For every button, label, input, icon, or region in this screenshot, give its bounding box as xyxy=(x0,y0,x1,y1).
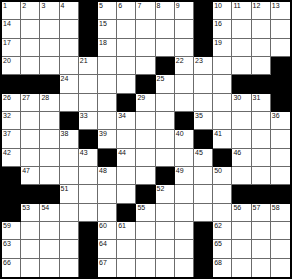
black-square-r5c15 xyxy=(271,75,290,93)
black-square-r3c11 xyxy=(194,39,213,57)
cell-r14c10[interactable] xyxy=(175,240,194,258)
cell-r7c13[interactable] xyxy=(232,112,251,130)
black-square-r3c5 xyxy=(79,39,98,57)
cell-r1c2[interactable]: 2 xyxy=(21,2,40,20)
cell-r14c8[interactable] xyxy=(136,240,155,258)
clue-number-56: 56 xyxy=(233,204,241,212)
cell-r11c4[interactable]: 51 xyxy=(60,185,79,203)
cell-r1c15[interactable]: 13 xyxy=(271,2,290,20)
clue-number-54: 54 xyxy=(41,204,49,212)
black-square-r8c11 xyxy=(194,130,213,148)
black-square-r11c8 xyxy=(136,185,155,203)
cell-r9c14[interactable] xyxy=(252,149,271,167)
cell-r13c9[interactable] xyxy=(156,222,175,240)
cell-r5c7[interactable] xyxy=(117,75,136,93)
clue-number-40: 40 xyxy=(176,130,184,138)
black-square-r5c3 xyxy=(40,75,59,93)
black-square-r7c10 xyxy=(175,112,194,130)
clue-number-57: 57 xyxy=(253,204,261,212)
clue-number-7: 7 xyxy=(137,2,141,10)
clue-number-52: 52 xyxy=(157,185,165,193)
clue-number-37: 37 xyxy=(3,130,11,138)
cell-r15c2[interactable] xyxy=(21,259,40,277)
cell-r12c9[interactable] xyxy=(156,204,175,222)
cell-r1c8[interactable]: 7 xyxy=(136,2,155,20)
clue-number-23: 23 xyxy=(195,57,203,65)
cell-r13c2[interactable] xyxy=(21,222,40,240)
cell-r10c12[interactable]: 50 xyxy=(213,167,232,185)
cell-r3c13[interactable] xyxy=(232,39,251,57)
black-square-r2c11 xyxy=(194,20,213,38)
black-square-r7c4 xyxy=(60,112,79,130)
clue-number-36: 36 xyxy=(272,112,280,120)
black-square-r14c11 xyxy=(194,240,213,258)
clue-number-35: 35 xyxy=(195,112,203,120)
black-square-r5c8 xyxy=(136,75,155,93)
cell-r7c11[interactable]: 35 xyxy=(194,112,213,130)
cell-r13c7[interactable]: 61 xyxy=(117,222,136,240)
cell-r11c11[interactable] xyxy=(194,185,213,203)
clue-number-16: 16 xyxy=(214,20,222,28)
cell-r15c3[interactable] xyxy=(40,259,59,277)
black-square-r4c9 xyxy=(156,57,175,75)
cell-r10c11[interactable] xyxy=(194,167,213,185)
black-square-r1c5 xyxy=(79,2,98,20)
cell-r2c14[interactable] xyxy=(252,20,271,38)
cell-r8c12[interactable]: 41 xyxy=(213,130,232,148)
clue-number-67: 67 xyxy=(99,259,107,267)
cell-r7c9[interactable] xyxy=(156,112,175,130)
cell-r3c9[interactable] xyxy=(156,39,175,57)
clue-number-60: 60 xyxy=(99,222,107,230)
cell-r1c10[interactable]: 9 xyxy=(175,2,194,20)
cell-r5c5[interactable] xyxy=(79,75,98,93)
cell-r9c10[interactable] xyxy=(175,149,194,167)
cell-r4c3[interactable] xyxy=(40,57,59,75)
black-square-r5c14 xyxy=(252,75,271,93)
cell-r2c3[interactable] xyxy=(40,20,59,38)
cell-r13c15[interactable] xyxy=(271,222,290,240)
cell-r6c13[interactable]: 30 xyxy=(232,94,251,112)
cell-r2c2[interactable] xyxy=(21,20,40,38)
cell-r9c1[interactable]: 42 xyxy=(2,149,21,167)
cell-r6c8[interactable]: 29 xyxy=(136,94,155,112)
cell-r3c4[interactable] xyxy=(60,39,79,57)
clue-number-26: 26 xyxy=(3,94,11,102)
cell-r2c1[interactable]: 14 xyxy=(2,20,21,38)
crossword-grid: 1234567891011121314151617181920212223242… xyxy=(0,0,292,279)
clue-number-6: 6 xyxy=(118,2,122,10)
cell-r8c14[interactable] xyxy=(252,130,271,148)
clue-number-64: 64 xyxy=(99,240,107,248)
cell-r2c4[interactable] xyxy=(60,20,79,38)
clue-number-5: 5 xyxy=(99,2,103,10)
cell-r4c1[interactable]: 20 xyxy=(2,57,21,75)
black-square-r13c5 xyxy=(79,222,98,240)
cell-r10c2[interactable]: 47 xyxy=(21,167,40,185)
cell-r1c9[interactable]: 8 xyxy=(156,2,175,20)
black-square-r14c5 xyxy=(79,240,98,258)
cell-r11c10[interactable] xyxy=(175,185,194,203)
cell-r6c9[interactable] xyxy=(156,94,175,112)
cell-r15c8[interactable] xyxy=(136,259,155,277)
cell-r3c7[interactable] xyxy=(117,39,136,57)
cell-r5c10[interactable] xyxy=(175,75,194,93)
cell-r5c12[interactable] xyxy=(213,75,232,93)
clue-number-65: 65 xyxy=(214,240,222,248)
clue-number-12: 12 xyxy=(253,2,261,10)
cell-r15c12[interactable]: 68 xyxy=(213,259,232,277)
cell-r6c1[interactable]: 26 xyxy=(2,94,21,112)
cell-r10c5[interactable] xyxy=(79,167,98,185)
cell-r2c15[interactable] xyxy=(271,20,290,38)
clue-number-2: 2 xyxy=(22,2,26,10)
clue-number-63: 63 xyxy=(3,240,11,248)
clue-number-19: 19 xyxy=(214,39,222,47)
cell-r4c6[interactable] xyxy=(98,57,117,75)
clue-number-31: 31 xyxy=(253,94,261,102)
cell-r1c13[interactable]: 11 xyxy=(232,2,251,20)
black-square-r5c13 xyxy=(232,75,251,93)
cell-r12c6[interactable] xyxy=(98,204,117,222)
black-square-r8c5 xyxy=(79,130,98,148)
cell-r4c10[interactable]: 22 xyxy=(175,57,194,75)
cell-r9c7[interactable]: 44 xyxy=(117,149,136,167)
cell-r8c2[interactable] xyxy=(21,130,40,148)
cell-r8c9[interactable] xyxy=(156,130,175,148)
cell-r10c6[interactable]: 48 xyxy=(98,167,117,185)
cell-r11c7[interactable] xyxy=(117,185,136,203)
black-square-r1c11 xyxy=(194,2,213,20)
cell-r15c14[interactable] xyxy=(252,259,271,277)
cell-r1c1[interactable]: 1 xyxy=(2,2,21,20)
cell-r3c3[interactable] xyxy=(40,39,59,57)
black-square-r13c11 xyxy=(194,222,213,240)
clue-number-42: 42 xyxy=(3,149,11,157)
clue-number-58: 58 xyxy=(272,204,280,212)
cell-r7c5[interactable]: 33 xyxy=(79,112,98,130)
cell-r7c2[interactable] xyxy=(21,112,40,130)
black-square-r10c1 xyxy=(2,167,21,185)
cell-r14c3[interactable] xyxy=(40,240,59,258)
cell-r8c13[interactable] xyxy=(232,130,251,148)
cell-r3c8[interactable] xyxy=(136,39,155,57)
clue-number-44: 44 xyxy=(118,149,126,157)
cell-r14c13[interactable] xyxy=(232,240,251,258)
black-square-r10c9 xyxy=(156,167,175,185)
clue-number-27: 27 xyxy=(22,94,30,102)
cell-r4c12[interactable] xyxy=(213,57,232,75)
cell-r5c9[interactable]: 25 xyxy=(156,75,175,93)
cell-r14c12[interactable]: 65 xyxy=(213,240,232,258)
clue-number-8: 8 xyxy=(157,2,161,10)
cell-r6c10[interactable] xyxy=(175,94,194,112)
cell-r8c6[interactable]: 39 xyxy=(98,130,117,148)
clue-number-9: 9 xyxy=(176,2,180,10)
cell-r14c14[interactable] xyxy=(252,240,271,258)
cell-r15c9[interactable] xyxy=(156,259,175,277)
clue-number-18: 18 xyxy=(99,39,107,47)
cell-r4c7[interactable] xyxy=(117,57,136,75)
cell-r15c1[interactable]: 66 xyxy=(2,259,21,277)
clue-number-3: 3 xyxy=(41,2,45,10)
black-square-r2c5 xyxy=(79,20,98,38)
cell-r10c4[interactable] xyxy=(60,167,79,185)
cell-r1c6[interactable]: 5 xyxy=(98,2,117,20)
cell-r9c2[interactable] xyxy=(21,149,40,167)
black-square-r15c11 xyxy=(194,259,213,277)
cell-r7c14[interactable] xyxy=(252,112,271,130)
black-square-r11c14 xyxy=(252,185,271,203)
clue-number-41: 41 xyxy=(214,130,222,138)
black-square-r11c13 xyxy=(232,185,251,203)
clue-number-22: 22 xyxy=(176,57,184,65)
cell-r6c3[interactable]: 28 xyxy=(40,94,59,112)
cell-r13c14[interactable] xyxy=(252,222,271,240)
black-square-r9c6 xyxy=(98,149,117,167)
clue-number-51: 51 xyxy=(61,185,69,193)
cell-r9c5[interactable]: 43 xyxy=(79,149,98,167)
black-square-r15c5 xyxy=(79,259,98,277)
cell-r12c8[interactable]: 55 xyxy=(136,204,155,222)
cell-r8c1[interactable]: 37 xyxy=(2,130,21,148)
cell-r2c7[interactable] xyxy=(117,20,136,38)
cell-r10c15[interactable] xyxy=(271,167,290,185)
black-square-r5c2 xyxy=(21,75,40,93)
cell-r11c6[interactable] xyxy=(98,185,117,203)
cell-r4c11[interactable]: 23 xyxy=(194,57,213,75)
cell-r3c10[interactable] xyxy=(175,39,194,57)
cell-r12c15[interactable]: 58 xyxy=(271,204,290,222)
black-square-r11c1 xyxy=(2,185,21,203)
cell-r12c11[interactable] xyxy=(194,204,213,222)
cell-r8c10[interactable]: 40 xyxy=(175,130,194,148)
cell-r13c1[interactable]: 59 xyxy=(2,222,21,240)
black-square-r6c15 xyxy=(271,94,290,112)
cell-r10c3[interactable] xyxy=(40,167,59,185)
cell-r15c6[interactable]: 67 xyxy=(98,259,117,277)
cell-r7c8[interactable] xyxy=(136,112,155,130)
cell-r9c11[interactable]: 45 xyxy=(194,149,213,167)
cell-r11c9[interactable]: 52 xyxy=(156,185,175,203)
cell-r13c3[interactable] xyxy=(40,222,59,240)
clue-number-20: 20 xyxy=(3,57,11,65)
cell-r12c10[interactable] xyxy=(175,204,194,222)
clue-number-50: 50 xyxy=(214,167,222,175)
clue-number-39: 39 xyxy=(99,130,107,138)
clue-number-10: 10 xyxy=(214,2,222,10)
clue-number-13: 13 xyxy=(272,2,280,10)
clue-number-24: 24 xyxy=(61,75,69,83)
clue-number-38: 38 xyxy=(61,130,69,138)
black-square-r4c15 xyxy=(271,57,290,75)
cell-r15c10[interactable] xyxy=(175,259,194,277)
cell-r12c12[interactable] xyxy=(213,204,232,222)
cell-r2c9[interactable] xyxy=(156,20,175,38)
clue-number-15: 15 xyxy=(99,20,107,28)
cell-r6c4[interactable] xyxy=(60,94,79,112)
clue-number-25: 25 xyxy=(157,75,165,83)
cell-r6c11[interactable] xyxy=(194,94,213,112)
cell-r3c12[interactable]: 19 xyxy=(213,39,232,57)
black-square-r12c7 xyxy=(117,204,136,222)
cell-r14c7[interactable] xyxy=(117,240,136,258)
cell-r6c6[interactable] xyxy=(98,94,117,112)
clue-number-11: 11 xyxy=(233,2,240,10)
black-square-r11c3 xyxy=(40,185,59,203)
clue-number-46: 46 xyxy=(233,149,241,157)
clue-number-49: 49 xyxy=(176,167,184,175)
cell-r3c15[interactable] xyxy=(271,39,290,57)
clue-number-33: 33 xyxy=(80,112,88,120)
cell-r4c2[interactable] xyxy=(21,57,40,75)
cell-r14c4[interactable] xyxy=(60,240,79,258)
cell-r7c1[interactable]: 32 xyxy=(2,112,21,130)
cell-r10c14[interactable] xyxy=(252,167,271,185)
cell-r12c2[interactable]: 53 xyxy=(21,204,40,222)
cell-r14c15[interactable] xyxy=(271,240,290,258)
clue-number-4: 4 xyxy=(61,2,65,10)
cell-r9c8[interactable] xyxy=(136,149,155,167)
cell-r15c13[interactable] xyxy=(232,259,251,277)
cell-r11c12[interactable] xyxy=(213,185,232,203)
cell-r1c14[interactable]: 12 xyxy=(252,2,271,20)
cell-r9c3[interactable] xyxy=(40,149,59,167)
cell-r13c4[interactable] xyxy=(60,222,79,240)
cell-r5c11[interactable] xyxy=(194,75,213,93)
cell-r9c4[interactable] xyxy=(60,149,79,167)
cell-r14c2[interactable] xyxy=(21,240,40,258)
clue-number-1: 1 xyxy=(3,2,7,10)
cell-r12c3[interactable]: 54 xyxy=(40,204,59,222)
cell-r12c4[interactable] xyxy=(60,204,79,222)
black-square-r9c12 xyxy=(213,149,232,167)
clue-number-47: 47 xyxy=(22,167,30,175)
cell-r6c2[interactable]: 27 xyxy=(21,94,40,112)
cell-r2c12[interactable]: 16 xyxy=(213,20,232,38)
cell-r2c6[interactable]: 15 xyxy=(98,20,117,38)
clue-number-59: 59 xyxy=(3,222,11,230)
clue-number-28: 28 xyxy=(41,94,49,102)
cell-r8c15[interactable] xyxy=(271,130,290,148)
cell-r13c12[interactable]: 62 xyxy=(213,222,232,240)
cell-r6c12[interactable] xyxy=(213,94,232,112)
cell-r10c10[interactable]: 49 xyxy=(175,167,194,185)
cell-r2c13[interactable] xyxy=(232,20,251,38)
black-square-r12c1 xyxy=(2,204,21,222)
cell-r10c7[interactable] xyxy=(117,167,136,185)
cell-r15c4[interactable] xyxy=(60,259,79,277)
clue-number-45: 45 xyxy=(195,149,203,157)
cell-r13c13[interactable] xyxy=(232,222,251,240)
black-square-r11c15 xyxy=(271,185,290,203)
clue-number-48: 48 xyxy=(99,167,107,175)
clue-number-61: 61 xyxy=(118,222,126,230)
cell-r11c5[interactable] xyxy=(79,185,98,203)
cell-r9c15[interactable] xyxy=(271,149,290,167)
clue-number-32: 32 xyxy=(3,112,11,120)
cell-r1c3[interactable]: 3 xyxy=(40,2,59,20)
clue-number-21: 21 xyxy=(80,57,88,65)
cell-r13c8[interactable] xyxy=(136,222,155,240)
cell-r8c7[interactable] xyxy=(117,130,136,148)
cell-r13c10[interactable] xyxy=(175,222,194,240)
clue-number-30: 30 xyxy=(233,94,241,102)
cell-r14c1[interactable]: 63 xyxy=(2,240,21,258)
cell-r12c5[interactable] xyxy=(79,204,98,222)
cell-r6c5[interactable] xyxy=(79,94,98,112)
cell-r12c13[interactable]: 56 xyxy=(232,204,251,222)
cell-r7c15[interactable]: 36 xyxy=(271,112,290,130)
cell-r12c14[interactable]: 57 xyxy=(252,204,271,222)
cell-r4c13[interactable] xyxy=(232,57,251,75)
cell-r7c12[interactable] xyxy=(213,112,232,130)
cell-r13c6[interactable]: 60 xyxy=(98,222,117,240)
cell-r5c4[interactable]: 24 xyxy=(60,75,79,93)
cell-r8c3[interactable] xyxy=(40,130,59,148)
cell-r1c4[interactable]: 4 xyxy=(60,2,79,20)
cell-r10c13[interactable] xyxy=(232,167,251,185)
clue-number-62: 62 xyxy=(214,222,222,230)
cell-r3c2[interactable] xyxy=(21,39,40,57)
cell-r8c4[interactable]: 38 xyxy=(60,130,79,148)
cell-r1c12[interactable]: 10 xyxy=(213,2,232,20)
clue-number-66: 66 xyxy=(3,259,11,267)
cell-r15c7[interactable] xyxy=(117,259,136,277)
clue-number-14: 14 xyxy=(3,20,11,28)
cell-r4c4[interactable] xyxy=(60,57,79,75)
clue-number-53: 53 xyxy=(22,204,30,212)
black-square-r6c7 xyxy=(117,94,136,112)
cell-r15c15[interactable] xyxy=(271,259,290,277)
cell-r7c3[interactable] xyxy=(40,112,59,130)
clue-number-17: 17 xyxy=(3,39,11,47)
clue-number-68: 68 xyxy=(214,259,222,267)
cell-r3c14[interactable] xyxy=(252,39,271,57)
clue-number-55: 55 xyxy=(137,204,145,212)
cell-r14c6[interactable]: 64 xyxy=(98,240,117,258)
clue-number-34: 34 xyxy=(118,112,126,120)
clue-number-43: 43 xyxy=(80,149,88,157)
cell-r7c6[interactable] xyxy=(98,112,117,130)
cell-r14c9[interactable] xyxy=(156,240,175,258)
cell-r2c10[interactable] xyxy=(175,20,194,38)
cell-r10c8[interactable] xyxy=(136,167,155,185)
cell-r3c1[interactable]: 17 xyxy=(2,39,21,57)
cell-r4c8[interactable] xyxy=(136,57,155,75)
cell-r9c9[interactable] xyxy=(156,149,175,167)
cell-r6c14[interactable]: 31 xyxy=(252,94,271,112)
cell-r4c5[interactable]: 21 xyxy=(79,57,98,75)
black-square-r5c1 xyxy=(2,75,21,93)
cell-r5c6[interactable] xyxy=(98,75,117,93)
cell-r8c8[interactable] xyxy=(136,130,155,148)
black-square-r11c2 xyxy=(21,185,40,203)
cell-r3c6[interactable]: 18 xyxy=(98,39,117,57)
cell-r9c13[interactable]: 46 xyxy=(232,149,251,167)
clue-number-29: 29 xyxy=(137,94,145,102)
cell-r4c14[interactable] xyxy=(252,57,271,75)
cell-r2c8[interactable] xyxy=(136,20,155,38)
cell-r7c7[interactable]: 34 xyxy=(117,112,136,130)
cell-r1c7[interactable]: 6 xyxy=(117,2,136,20)
